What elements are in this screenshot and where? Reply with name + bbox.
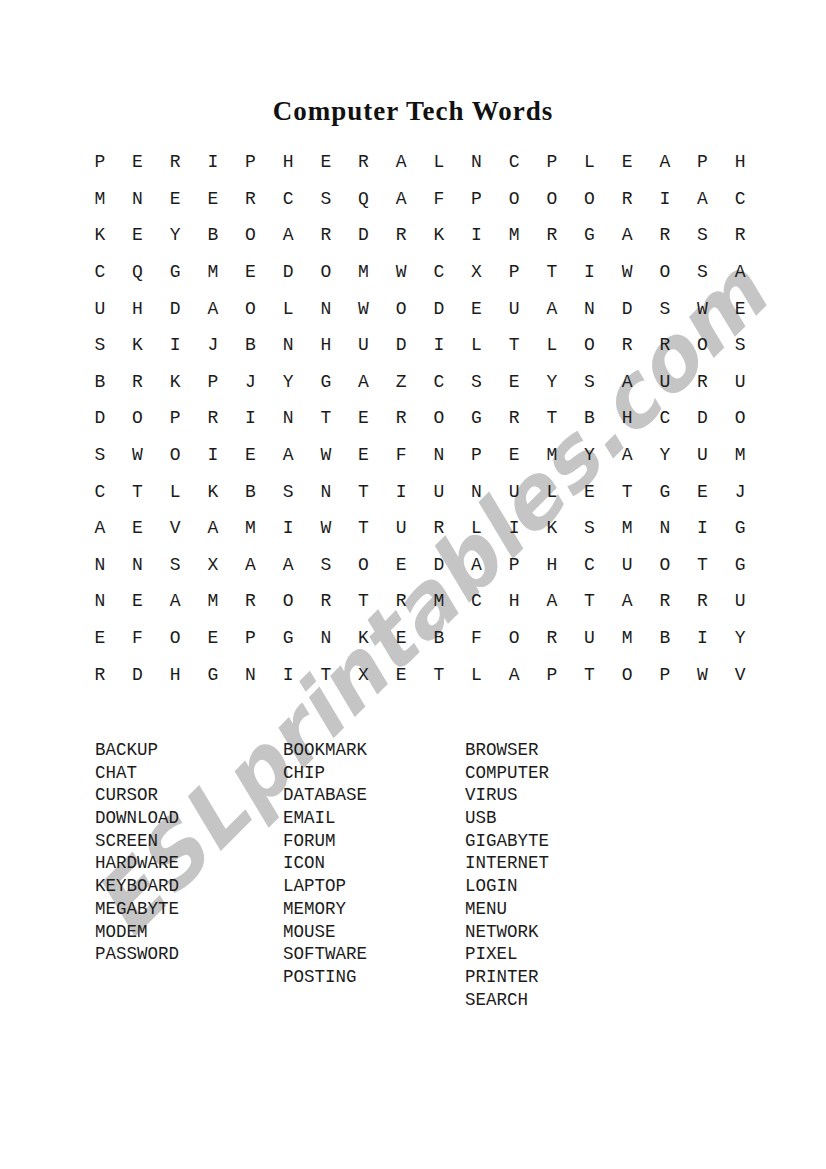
grid-cell: E [495,364,533,401]
grid-cell: E [684,473,722,510]
grid-cell: Y [269,364,307,401]
grid-cell: C [81,473,119,510]
word-list-item: FORUM [283,830,367,853]
grid-cell: G [458,400,496,437]
grid-cell: O [721,400,759,437]
grid-cell: M [608,510,646,547]
grid-cell: J [721,473,759,510]
grid-cell: N [307,473,345,510]
grid-cell: O [571,181,609,218]
grid-cell: N [119,181,157,218]
grid-cell: A [458,547,496,584]
grid-cell: P [533,656,571,693]
grid-cell: G [269,620,307,657]
grid-cell: G [721,547,759,584]
grid-cell: I [571,254,609,291]
grid-cell: C [81,254,119,291]
grid-cell: K [420,217,458,254]
grid-cell: G [646,473,684,510]
grid-cell: A [533,583,571,620]
grid-cell: R [608,327,646,364]
grid-cell: E [232,254,270,291]
grid-cell: O [382,290,420,327]
grid-cell: R [420,510,458,547]
grid-cell: B [420,620,458,657]
grid-cell: O [232,290,270,327]
grid-cell: C [420,364,458,401]
grid-cell: U [646,364,684,401]
grid-cell: T [495,327,533,364]
grid-cell: A [495,656,533,693]
grid-cell: A [608,437,646,474]
grid-cell: L [571,144,609,181]
word-list-item: PASSWORD [95,943,179,966]
grid-cell: O [420,400,458,437]
grid-cell: E [81,620,119,657]
grid-cell: S [571,510,609,547]
grid-cell: P [232,620,270,657]
grid-cell: C [269,181,307,218]
grid-cell: R [684,583,722,620]
grid-cell: E [345,400,383,437]
grid-cell: L [458,510,496,547]
grid-cell: D [81,400,119,437]
grid-cell: R [382,400,420,437]
grid-cell: T [345,510,383,547]
grid-cell: O [156,620,194,657]
grid-cell: N [458,473,496,510]
grid-cell: P [458,181,496,218]
grid-cell: C [721,181,759,218]
grid-cell: E [119,510,157,547]
grid-cell: E [721,290,759,327]
word-list-item: CHIP [283,762,367,785]
grid-cell: A [269,217,307,254]
grid-cell: H [495,583,533,620]
word-list-item: BROWSER [465,739,549,762]
grid-cell: P [684,144,722,181]
grid-cell: N [646,510,684,547]
grid-cell: S [269,473,307,510]
grid-cell: P [495,547,533,584]
grid-cell: O [495,620,533,657]
grid-cell: R [533,217,571,254]
grid-cell: E [194,181,232,218]
grid-cell: C [646,400,684,437]
grid-cell: E [345,437,383,474]
grid-cell: T [533,400,571,437]
grid-cell: R [646,583,684,620]
grid-cell: O [269,583,307,620]
grid-cell: N [458,144,496,181]
grid-cell: O [608,656,646,693]
word-list-item: NETWORK [465,921,549,944]
grid-cell: U [345,327,383,364]
grid-cell: S [646,290,684,327]
grid-cell: A [156,583,194,620]
grid-cell: P [533,144,571,181]
grid-cell: A [608,217,646,254]
grid-cell: R [156,144,194,181]
grid-cell: E [307,144,345,181]
grid-cell: L [269,290,307,327]
grid-cell: N [81,583,119,620]
grid-cell: N [232,656,270,693]
grid-cell: E [382,656,420,693]
grid-cell: B [194,217,232,254]
grid-cell: N [81,547,119,584]
grid-cell: T [307,400,345,437]
grid-cell: H [156,656,194,693]
grid-cell: E [382,620,420,657]
grid-cell: E [458,290,496,327]
grid-cell: H [307,327,345,364]
grid-cell: A [382,181,420,218]
page-title: Computer Tech Words [0,96,826,127]
grid-cell: U [721,364,759,401]
grid-cell: C [495,144,533,181]
grid-cell: V [721,656,759,693]
grid-cell: T [420,656,458,693]
word-list-item: LOGIN [465,875,549,898]
grid-cell: S [458,364,496,401]
grid-cell: F [119,620,157,657]
grid-cell: U [382,510,420,547]
grid-cell: N [269,400,307,437]
grid-cell: R [495,400,533,437]
grid-cell: N [571,290,609,327]
grid-cell: E [232,437,270,474]
grid-cell: D [156,290,194,327]
grid-cell: D [119,656,157,693]
grid-cell: V [156,510,194,547]
grid-cell: I [156,327,194,364]
grid-cell: A [533,290,571,327]
grid-cell: X [194,547,232,584]
grid-cell: Y [533,364,571,401]
grid-cell: N [119,547,157,584]
grid-cell: R [81,656,119,693]
grid-cell: S [156,547,194,584]
grid-cell: H [269,144,307,181]
grid-cell: M [345,254,383,291]
grid-cell: T [608,473,646,510]
grid-cell: A [269,547,307,584]
word-list-item: VIRUS [465,784,549,807]
grid-cell: M [420,583,458,620]
grid-cell: L [420,144,458,181]
grid-cell: A [194,290,232,327]
grid-cell: E [119,144,157,181]
worksheet-page: ESLprintables.com Computer Tech Words PE… [0,0,826,1169]
grid-cell: F [382,437,420,474]
word-list-item: EMAIL [283,807,367,830]
word-list-item: CURSOR [95,784,179,807]
grid-cell: T [533,254,571,291]
word-list-item: LAPTOP [283,875,367,898]
grid-cell: D [420,290,458,327]
grid-cell: P [646,656,684,693]
grid-cell: R [721,217,759,254]
word-list-item: DATABASE [283,784,367,807]
grid-cell: U [608,547,646,584]
word-list-column: BOOKMARKCHIPDATABASEEMAILFORUMICONLAPTOP… [283,739,367,989]
grid-cell: B [232,473,270,510]
word-list-item: DOWNLOAD [95,807,179,830]
grid-cell: R [345,144,383,181]
grid-cell: K [81,217,119,254]
grid-cell: S [81,437,119,474]
grid-cell: F [420,181,458,218]
grid-cell: R [119,364,157,401]
grid-cell: C [571,547,609,584]
grid-cell: P [232,144,270,181]
word-list-item: GIGABYTE [465,830,549,853]
grid-cell: T [345,583,383,620]
grid-cell: U [495,473,533,510]
grid-cell: Y [571,437,609,474]
grid-cell: H [721,144,759,181]
grid-cell: O [156,437,194,474]
grid-cell: G [156,254,194,291]
grid-cell: S [307,547,345,584]
grid-cell: I [684,620,722,657]
grid-cell: U [571,620,609,657]
grid-cell: W [119,437,157,474]
grid-cell: P [495,254,533,291]
grid-cell: B [232,327,270,364]
grid-cell: T [571,583,609,620]
word-list-item: MEMORY [283,898,367,921]
grid-cell: H [608,400,646,437]
word-search-grid: PERIPHERALNCPLEAPHMNEERCSQAFPOOORIACKEYB… [81,144,759,693]
grid-cell: R [646,327,684,364]
grid-cell: O [495,181,533,218]
grid-cell: R [232,583,270,620]
grid-cell: B [646,620,684,657]
grid-cell: M [495,217,533,254]
grid-cell: T [571,656,609,693]
word-list-item: SEARCH [465,989,549,1012]
word-list-item: PRINTER [465,966,549,989]
grid-cell: M [232,510,270,547]
grid-cell: R [533,620,571,657]
grid-cell: L [156,473,194,510]
grid-cell: I [194,437,232,474]
grid-cell: I [232,400,270,437]
grid-cell: X [345,656,383,693]
grid-cell: W [684,290,722,327]
grid-cell: F [458,620,496,657]
grid-cell: E [194,620,232,657]
grid-cell: T [684,547,722,584]
grid-cell: P [194,364,232,401]
grid-cell: W [345,290,383,327]
grid-cell: O [345,547,383,584]
grid-cell: A [382,144,420,181]
grid-cell: K [194,473,232,510]
grid-cell: I [495,510,533,547]
grid-cell: I [194,144,232,181]
grid-cell: R [382,217,420,254]
grid-cell: U [721,583,759,620]
grid-cell: A [608,364,646,401]
grid-cell: Q [119,254,157,291]
word-list-item: BOOKMARK [283,739,367,762]
grid-cell: N [420,437,458,474]
grid-cell: L [458,656,496,693]
grid-cell: P [81,144,119,181]
grid-cell: A [232,547,270,584]
grid-cell: S [721,327,759,364]
grid-cell: M [194,254,232,291]
word-list-item: SOFTWARE [283,943,367,966]
grid-cell: I [269,656,307,693]
word-list-item: HARDWARE [95,852,179,875]
grid-cell: Y [646,437,684,474]
grid-cell: A [646,144,684,181]
grid-cell: M [608,620,646,657]
grid-cell: S [684,217,722,254]
grid-cell: D [420,547,458,584]
word-list-item: SCREEN [95,830,179,853]
grid-cell: J [194,327,232,364]
grid-cell: O [232,217,270,254]
grid-cell: D [382,327,420,364]
word-list-item: ICON [283,852,367,875]
grid-cell: Y [156,217,194,254]
grid-cell: R [307,583,345,620]
grid-cell: G [721,510,759,547]
grid-cell: A [608,583,646,620]
grid-cell: E [495,437,533,474]
grid-cell: I [458,217,496,254]
word-list-item: KEYBOARD [95,875,179,898]
grid-cell: U [81,290,119,327]
grid-cell: N [269,327,307,364]
grid-cell: W [684,656,722,693]
grid-cell: I [420,327,458,364]
word-list-item: MODEM [95,921,179,944]
grid-cell: L [533,473,571,510]
grid-cell: R [646,217,684,254]
grid-cell: O [646,547,684,584]
grid-cell: G [571,217,609,254]
grid-cell: K [533,510,571,547]
word-list-item: POSTING [283,966,367,989]
word-list-item: COMPUTER [465,762,549,785]
grid-cell: E [156,181,194,218]
word-list-item: PIXEL [465,943,549,966]
grid-cell: S [81,327,119,364]
word-list: BACKUPCHATCURSORDOWNLOADSCREENHARDWAREKE… [0,739,826,1029]
grid-cell: Q [345,181,383,218]
grid-cell: R [232,181,270,218]
grid-cell: U [684,437,722,474]
grid-cell: D [684,400,722,437]
grid-cell: R [684,364,722,401]
grid-cell: O [119,400,157,437]
grid-cell: O [684,327,722,364]
grid-cell: A [194,510,232,547]
grid-cell: R [608,181,646,218]
grid-cell: N [307,290,345,327]
grid-cell: I [646,181,684,218]
grid-cell: X [458,254,496,291]
grid-cell: N [307,620,345,657]
grid-cell: A [684,181,722,218]
grid-cell: I [684,510,722,547]
grid-cell: D [345,217,383,254]
word-list-item: MOUSE [283,921,367,944]
grid-cell: C [458,583,496,620]
grid-cell: U [420,473,458,510]
grid-cell: A [269,437,307,474]
grid-cell: B [571,400,609,437]
grid-cell: M [533,437,571,474]
grid-cell: T [307,656,345,693]
grid-cell: R [382,583,420,620]
grid-cell: I [382,473,420,510]
grid-cell: E [119,583,157,620]
grid-cell: R [194,400,232,437]
grid-cell: G [307,364,345,401]
grid-cell: L [458,327,496,364]
grid-cell: W [608,254,646,291]
word-list-item: USB [465,807,549,830]
grid-cell: O [646,254,684,291]
grid-cell: W [307,437,345,474]
grid-cell: A [81,510,119,547]
word-list-item: MENU [465,898,549,921]
grid-cell: U [495,290,533,327]
grid-cell: S [571,364,609,401]
grid-cell: E [119,217,157,254]
word-list-item: CHAT [95,762,179,785]
grid-cell: E [571,473,609,510]
grid-cell: T [119,473,157,510]
grid-cell: E [608,144,646,181]
grid-cell: B [81,364,119,401]
grid-cell: O [571,327,609,364]
grid-cell: A [721,254,759,291]
word-list-item: MEGABYTE [95,898,179,921]
grid-cell: I [269,510,307,547]
grid-cell: D [269,254,307,291]
grid-cell: A [345,364,383,401]
word-list-column: BACKUPCHATCURSORDOWNLOADSCREENHARDWAREKE… [95,739,179,966]
grid-cell: E [382,547,420,584]
grid-cell: S [684,254,722,291]
word-list-item: INTERNET [465,852,549,875]
grid-cell: K [345,620,383,657]
grid-cell: Y [721,620,759,657]
grid-cell: O [533,181,571,218]
grid-cell: H [533,547,571,584]
grid-cell: J [232,364,270,401]
grid-cell: R [307,217,345,254]
grid-cell: T [345,473,383,510]
grid-cell: Z [382,364,420,401]
grid-cell: P [458,437,496,474]
grid-cell: K [156,364,194,401]
word-list-column: BROWSERCOMPUTERVIRUSUSBGIGABYTEINTERNETL… [465,739,549,1011]
grid-cell: S [307,181,345,218]
grid-cell: C [420,254,458,291]
grid-cell: G [194,656,232,693]
grid-cell: O [307,254,345,291]
grid-cell: P [156,400,194,437]
